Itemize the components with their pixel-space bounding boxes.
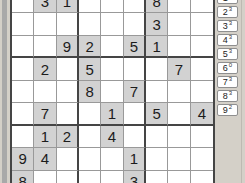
cell-r1c9[interactable] <box>191 0 213 13</box>
cell-r9c3[interactable] <box>57 171 79 183</box>
cell-r8c3[interactable] <box>57 148 79 170</box>
digit-remaining-count: 3 <box>229 34 232 40</box>
cell-r5c4[interactable]: 8 <box>79 81 101 103</box>
cell-r1c2[interactable]: 3 <box>34 0 56 13</box>
digit-remaining-count: 3 <box>229 48 232 54</box>
cell-r4c5[interactable] <box>101 58 123 80</box>
cell-r2c3[interactable] <box>57 13 79 35</box>
digit-button-6[interactable]: 60 <box>217 62 238 74</box>
cell-r1c3[interactable]: 1 <box>57 0 79 13</box>
cell-r1c8[interactable] <box>168 0 190 13</box>
cell-r8c1[interactable]: 9 <box>12 148 34 170</box>
cell-r7c2[interactable]: 1 <box>34 126 56 148</box>
cell-r8c9[interactable] <box>191 148 213 170</box>
cell-r8c7[interactable] <box>146 148 168 170</box>
cell-r2c6[interactable] <box>124 13 146 35</box>
digit-remaining-count: 3 <box>229 90 232 96</box>
panel-divider <box>241 0 242 183</box>
digit-button-2[interactable]: 23 <box>217 6 238 18</box>
cell-r4c9[interactable] <box>191 58 213 80</box>
cell-r4c3[interactable] <box>57 58 79 80</box>
digit-remaining-count: 0 <box>229 62 232 68</box>
digit-label: 7 <box>223 78 228 87</box>
cell-r8c8[interactable] <box>168 148 190 170</box>
cell-r3c4[interactable]: 2 <box>79 36 101 58</box>
cell-r3c8[interactable] <box>168 36 190 58</box>
cell-r4c7[interactable] <box>146 58 168 80</box>
cell-r6c2[interactable]: 7 <box>34 103 56 125</box>
digit-panel: 152333435360738392 <box>217 0 238 116</box>
digit-label: 5 <box>223 50 228 59</box>
cell-r5c6[interactable]: 7 <box>124 81 146 103</box>
cell-r1c5[interactable] <box>101 0 123 13</box>
cell-r3c1[interactable] <box>12 36 34 58</box>
cell-r7c3[interactable]: 2 <box>57 126 79 148</box>
cell-r7c5[interactable]: 4 <box>101 126 123 148</box>
cell-r6c5[interactable]: 1 <box>101 103 123 125</box>
cell-r3c9[interactable] <box>191 36 213 58</box>
digit-button-3[interactable]: 33 <box>217 20 238 32</box>
cell-r9c7[interactable] <box>146 171 168 183</box>
cell-r2c5[interactable] <box>101 13 123 35</box>
cell-r5c5[interactable] <box>101 81 123 103</box>
cell-r2c8[interactable] <box>168 13 190 35</box>
digit-button-4[interactable]: 43 <box>217 34 238 46</box>
digit-button-9[interactable]: 92 <box>217 104 238 116</box>
cell-r9c2[interactable] <box>34 171 56 183</box>
digit-label: 3 <box>223 22 228 31</box>
cell-r9c4[interactable] <box>79 171 101 183</box>
window-edge-groove <box>2 0 7 183</box>
cell-r5c7[interactable] <box>146 81 168 103</box>
cell-r6c8[interactable] <box>168 103 190 125</box>
cell-r4c1[interactable] <box>12 58 34 80</box>
cell-r7c4[interactable] <box>79 126 101 148</box>
cell-r9c1[interactable]: 8 <box>12 171 34 183</box>
cell-r9c6[interactable]: 3 <box>124 171 146 183</box>
cell-r8c6[interactable]: 1 <box>124 148 146 170</box>
digit-label: 1 <box>223 0 228 3</box>
cell-r4c8[interactable]: 7 <box>168 58 190 80</box>
digit-remaining-count: 3 <box>229 20 232 26</box>
digit-remaining-count: 3 <box>229 6 232 12</box>
cell-r2c1[interactable] <box>12 13 34 35</box>
digit-label: 8 <box>223 92 228 101</box>
cell-r5c3[interactable] <box>57 81 79 103</box>
cell-r2c7[interactable]: 3 <box>146 13 168 35</box>
cell-r3c5[interactable] <box>101 36 123 58</box>
cell-r5c2[interactable] <box>34 81 56 103</box>
cell-r7c9[interactable] <box>191 126 213 148</box>
cell-r6c6[interactable] <box>124 103 146 125</box>
cell-r9c8[interactable] <box>168 171 190 183</box>
cell-r6c9[interactable]: 4 <box>191 103 213 125</box>
window-left-edge <box>0 0 10 183</box>
cell-r5c8[interactable] <box>168 81 190 103</box>
digit-label: 6 <box>223 64 228 73</box>
cell-r6c1[interactable] <box>12 103 34 125</box>
digit-remaining-count: 3 <box>229 76 232 82</box>
cell-r7c1[interactable] <box>12 126 34 148</box>
digit-remaining-count: 2 <box>229 104 232 110</box>
cell-r1c1[interactable] <box>12 0 34 13</box>
digit-label: 2 <box>223 8 228 17</box>
cell-r5c9[interactable] <box>191 81 213 103</box>
digit-button-1[interactable]: 15 <box>217 0 238 4</box>
cell-r3c3[interactable]: 9 <box>57 36 79 58</box>
digit-label: 9 <box>223 106 228 115</box>
digit-label: 4 <box>223 36 228 45</box>
cell-r1c6[interactable] <box>124 0 146 13</box>
cell-r6c4[interactable] <box>79 103 101 125</box>
cell-r7c8[interactable] <box>168 126 190 148</box>
cell-r3c7[interactable]: 1 <box>146 36 168 58</box>
cell-r5c1[interactable] <box>12 81 34 103</box>
cell-r4c6[interactable] <box>124 58 146 80</box>
cell-r9c5[interactable] <box>101 171 123 183</box>
cell-r4c4[interactable]: 5 <box>79 58 101 80</box>
cell-r2c4[interactable] <box>79 13 101 35</box>
cell-r4c2[interactable]: 2 <box>34 58 56 80</box>
cell-r7c7[interactable] <box>146 126 168 148</box>
cell-r1c4[interactable] <box>79 0 101 13</box>
digit-button-8[interactable]: 83 <box>217 90 238 102</box>
cell-r8c2[interactable]: 4 <box>34 148 56 170</box>
digit-button-7[interactable]: 73 <box>217 76 238 88</box>
sudoku-board: 3183925125787715412494183 <box>10 0 215 183</box>
cell-r6c7[interactable]: 5 <box>146 103 168 125</box>
cell-r7c6[interactable] <box>124 126 146 148</box>
cell-r8c4[interactable] <box>79 148 101 170</box>
cell-r3c2[interactable] <box>34 36 56 58</box>
cell-r2c9[interactable] <box>191 13 213 35</box>
cell-r1c7[interactable]: 8 <box>146 0 168 13</box>
digit-button-5[interactable]: 53 <box>217 48 238 60</box>
cell-r9c9[interactable] <box>191 171 213 183</box>
cell-r2c2[interactable] <box>34 13 56 35</box>
sudoku-app-window: 3183925125787715412494183 15233343536073… <box>0 0 245 183</box>
cell-r6c3[interactable] <box>57 103 79 125</box>
cell-r3c6[interactable]: 5 <box>124 36 146 58</box>
cell-r8c5[interactable] <box>101 148 123 170</box>
